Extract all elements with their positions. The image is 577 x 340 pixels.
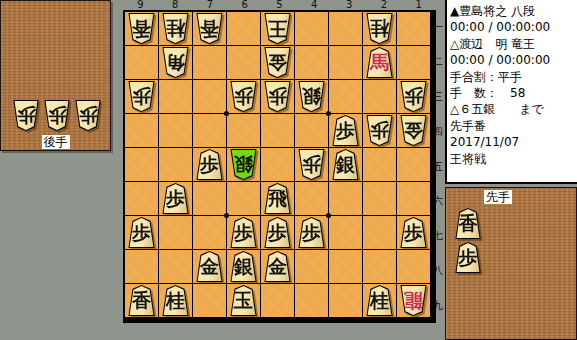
- square-19[interactable]: 龍: [397, 284, 430, 317]
- rank-label-8: 八: [431, 253, 445, 288]
- file-label-6: 6: [227, 0, 262, 10]
- square-33[interactable]: [329, 80, 362, 113]
- koma-face: 銀: [332, 150, 359, 179]
- koma-kanji: 歩: [200, 155, 219, 174]
- koma-91-gote-香[interactable]: 香: [127, 13, 156, 44]
- rank-labels: 一二三四五六七八九: [431, 10, 445, 323]
- koma-65-gote-銀[interactable]: 銀: [229, 149, 258, 180]
- koma-kanji: 香: [459, 214, 478, 233]
- koma-face: 歩: [196, 150, 223, 179]
- koma-86-sente-歩[interactable]: 歩: [161, 183, 190, 214]
- koma-kanji: 桂: [166, 291, 185, 310]
- file-label-4: 4: [297, 0, 332, 10]
- koma-78-sente-金[interactable]: 金: [195, 251, 224, 282]
- square-81[interactable]: 桂: [159, 12, 192, 45]
- square-62[interactable]: [227, 46, 260, 79]
- square-76[interactable]: [193, 182, 226, 215]
- square-23[interactable]: [363, 80, 396, 113]
- koma-47-sente-歩[interactable]: 歩: [297, 217, 326, 248]
- koma-kanji: 銀: [302, 87, 321, 106]
- koma-kanji: 歩: [404, 87, 423, 106]
- koma-face: 金: [400, 116, 427, 145]
- koma-24-gote-歩[interactable]: 歩: [365, 115, 394, 146]
- file-label-5: 5: [262, 0, 297, 10]
- gote-hand-tray: 歩歩歩 後手: [0, 0, 111, 151]
- hoshi-dot: [326, 213, 331, 218]
- gote-clock: 00:00 / 00:00:00: [450, 52, 577, 68]
- koma-face: 歩: [455, 243, 481, 272]
- square-55[interactable]: [261, 148, 294, 181]
- shogi-board: 香桂香王桂角金馬歩歩歩銀歩歩歩金歩銀歩銀歩飛歩歩歩歩歩金銀金香桂玉桂龍: [125, 12, 434, 317]
- square-31[interactable]: [329, 12, 362, 45]
- file-label-3: 3: [332, 0, 367, 10]
- koma-face: 龍: [400, 286, 427, 315]
- rank-label-1: 一: [431, 10, 445, 45]
- koma-face: 角: [162, 48, 189, 77]
- hoshi-dot: [224, 213, 229, 218]
- koma-face: 玉: [230, 286, 257, 315]
- square-48[interactable]: [295, 250, 328, 283]
- square-13[interactable]: 歩: [397, 80, 430, 113]
- koma-63-gote-歩[interactable]: 歩: [229, 81, 258, 112]
- gote-player-name: △渡辺 明 竜王: [450, 36, 577, 52]
- koma-68-sente-銀[interactable]: 銀: [229, 251, 258, 282]
- square-82[interactable]: 角: [159, 46, 192, 79]
- square-88[interactable]: [159, 250, 192, 283]
- koma-face: 歩: [400, 218, 427, 247]
- koma-kanji: 王: [268, 19, 287, 38]
- koma-22-sente-馬[interactable]: 馬: [365, 47, 394, 78]
- square-28[interactable]: [363, 250, 396, 283]
- koma-kanji: 金: [268, 257, 287, 276]
- square-26[interactable]: [363, 182, 396, 215]
- square-14[interactable]: 金: [397, 114, 430, 147]
- square-65[interactable]: 銀: [227, 148, 260, 181]
- square-36[interactable]: [329, 182, 362, 215]
- square-17[interactable]: 歩: [397, 216, 430, 249]
- koma-face: 馬: [366, 48, 393, 77]
- sente-label: 先手: [484, 190, 512, 204]
- hoshi-dot: [224, 111, 229, 116]
- square-35[interactable]: 銀: [329, 148, 362, 181]
- square-67[interactable]: 歩: [227, 216, 260, 249]
- koma-kanji: 歩: [370, 121, 389, 140]
- koma-kanji: 歩: [302, 155, 321, 174]
- square-96[interactable]: [125, 182, 158, 215]
- square-34[interactable]: 歩: [329, 114, 362, 147]
- koma-face: 歩: [332, 116, 359, 145]
- koma-kanji: 銀: [336, 155, 355, 174]
- square-97[interactable]: 歩: [125, 216, 158, 249]
- koma-kanji: 歩: [132, 223, 151, 242]
- koma-hand-sente-歩[interactable]: 歩: [454, 242, 482, 273]
- koma-kanji: 歩: [79, 106, 98, 125]
- square-53[interactable]: 歩: [261, 80, 294, 113]
- move-count-line: 手 数： 58: [450, 85, 577, 101]
- koma-kanji: 歩: [336, 121, 355, 140]
- koma-45-gote-歩[interactable]: 歩: [297, 149, 326, 180]
- koma-face: 歩: [128, 218, 155, 247]
- square-12[interactable]: [397, 46, 430, 79]
- square-16[interactable]: [397, 182, 430, 215]
- square-98[interactable]: [125, 250, 158, 283]
- koma-kanji: 歩: [234, 223, 253, 242]
- koma-97-sente-歩[interactable]: 歩: [127, 217, 156, 248]
- square-85[interactable]: [159, 148, 192, 181]
- koma-hand-gote-歩[interactable]: 歩: [43, 100, 71, 131]
- square-69[interactable]: 玉: [227, 284, 260, 317]
- koma-53-gote-歩[interactable]: 歩: [263, 81, 292, 112]
- koma-75-sente-歩[interactable]: 歩: [195, 149, 224, 180]
- file-label-9: 9: [123, 0, 158, 10]
- koma-kanji: 金: [404, 121, 423, 140]
- koma-kanji: 金: [200, 257, 219, 276]
- square-46[interactable]: [295, 182, 328, 215]
- koma-face: 桂: [162, 286, 189, 315]
- square-24[interactable]: 歩: [363, 114, 396, 147]
- koma-face: 香: [455, 209, 481, 238]
- info-panel: ▲豊島将之 八段 00:00 / 00:00:00 △渡辺 明 竜王 00:00…: [445, 0, 577, 184]
- koma-52-gote-金[interactable]: 金: [263, 47, 292, 78]
- koma-face: 飛: [264, 184, 291, 213]
- koma-kanji: 飛: [268, 189, 287, 208]
- square-43[interactable]: 銀: [295, 80, 328, 113]
- koma-kanji: 歩: [459, 248, 478, 267]
- koma-51-gote-王[interactable]: 王: [263, 13, 292, 44]
- koma-face: 歩: [298, 150, 325, 179]
- koma-kanji: 龍: [404, 291, 423, 310]
- koma-face: 金: [264, 252, 291, 281]
- koma-hand-gote-歩[interactable]: 歩: [74, 100, 102, 131]
- square-57[interactable]: 歩: [261, 216, 294, 249]
- koma-hand-sente-香[interactable]: 香: [454, 208, 482, 239]
- koma-21-gote-桂[interactable]: 桂: [365, 13, 394, 44]
- square-84[interactable]: [159, 114, 192, 147]
- koma-13-gote-歩[interactable]: 歩: [399, 81, 428, 112]
- koma-face: 桂: [366, 14, 393, 43]
- square-64[interactable]: [227, 114, 260, 147]
- koma-face: 歩: [400, 82, 427, 111]
- gote-hand-pieces: 歩歩歩: [12, 100, 102, 131]
- koma-82-gote-角[interactable]: 角: [161, 47, 190, 78]
- koma-kanji: 歩: [17, 106, 36, 125]
- square-27[interactable]: [363, 216, 396, 249]
- square-59[interactable]: [261, 284, 294, 317]
- koma-face: 金: [196, 252, 223, 281]
- gote-label: 後手: [42, 135, 70, 149]
- koma-89-sente-桂[interactable]: 桂: [161, 285, 190, 316]
- koma-kanji: 銀: [234, 257, 253, 276]
- file-label-1: 1: [401, 0, 436, 10]
- square-93[interactable]: 歩: [125, 80, 158, 113]
- sente-hand-pieces: 香歩: [454, 208, 482, 273]
- square-51[interactable]: 王: [261, 12, 294, 45]
- square-77[interactable]: [193, 216, 226, 249]
- rank-label-4: 四: [431, 114, 445, 149]
- square-99[interactable]: 香: [125, 284, 158, 317]
- koma-93-gote-歩[interactable]: 歩: [127, 81, 156, 112]
- square-54[interactable]: [261, 114, 294, 147]
- koma-kanji: 玉: [234, 291, 253, 310]
- koma-69-sente-玉[interactable]: 玉: [229, 285, 258, 316]
- koma-29-sente-桂[interactable]: 桂: [365, 285, 394, 316]
- square-11[interactable]: [397, 12, 430, 45]
- koma-face: 銀: [230, 150, 257, 179]
- square-79[interactable]: [193, 284, 226, 317]
- file-label-7: 7: [193, 0, 228, 10]
- koma-99-sente-香[interactable]: 香: [127, 285, 156, 316]
- square-56[interactable]: 飛: [261, 182, 294, 215]
- koma-43-gote-銀[interactable]: 銀: [297, 81, 326, 112]
- square-87[interactable]: [159, 216, 192, 249]
- koma-56-sente-飛[interactable]: 飛: [263, 183, 292, 214]
- koma-kanji: 馬: [370, 53, 389, 72]
- rank-label-2: 二: [431, 45, 445, 80]
- koma-kanji: 歩: [302, 223, 321, 242]
- koma-face: 香: [128, 286, 155, 315]
- koma-kanji: 桂: [166, 19, 185, 38]
- koma-34-sente-歩[interactable]: 歩: [331, 115, 360, 146]
- koma-kanji: 銀: [234, 155, 253, 174]
- koma-17-sente-歩[interactable]: 歩: [399, 217, 428, 248]
- square-42[interactable]: [295, 46, 328, 79]
- koma-kanji: 香: [200, 19, 219, 38]
- shogi-kifu-viewer: 歩歩歩 後手 987654321 香桂香王桂角金馬歩歩歩銀歩歩歩金歩銀歩銀歩飛歩…: [0, 0, 577, 340]
- square-41[interactable]: [295, 12, 328, 45]
- koma-face: 歩: [44, 101, 70, 130]
- square-37[interactable]: [329, 216, 362, 249]
- square-94[interactable]: [125, 114, 158, 147]
- koma-face: 香: [128, 14, 155, 43]
- koma-face: 歩: [162, 184, 189, 213]
- side-to-move-line: 先手番: [450, 118, 577, 134]
- square-91[interactable]: 香: [125, 12, 158, 45]
- square-63[interactable]: 歩: [227, 80, 260, 113]
- square-95[interactable]: [125, 148, 158, 181]
- koma-kanji: 香: [132, 19, 151, 38]
- koma-kanji: 角: [166, 53, 185, 72]
- koma-kanji: 香: [132, 291, 151, 310]
- hoshi-dot: [326, 111, 331, 116]
- koma-face: 金: [264, 48, 291, 77]
- koma-face: 歩: [298, 218, 325, 247]
- rank-label-3: 三: [431, 80, 445, 115]
- square-39[interactable]: [329, 284, 362, 317]
- square-21[interactable]: 桂: [363, 12, 396, 45]
- square-72[interactable]: [193, 46, 226, 79]
- sente-hand-tray: 先手 香歩: [445, 187, 577, 340]
- square-92[interactable]: [125, 46, 158, 79]
- koma-face: 歩: [13, 101, 39, 130]
- koma-kanji: 桂: [370, 19, 389, 38]
- square-47[interactable]: 歩: [295, 216, 328, 249]
- game-date: 2017/11/07: [450, 134, 577, 150]
- square-78[interactable]: 金: [193, 250, 226, 283]
- koma-face: 銀: [230, 252, 257, 281]
- square-18[interactable]: [397, 250, 430, 283]
- koma-face: 銀: [298, 82, 325, 111]
- koma-35-sente-銀[interactable]: 銀: [331, 149, 360, 180]
- koma-face: 歩: [230, 218, 257, 247]
- rank-label-6: 六: [431, 184, 445, 219]
- square-49[interactable]: [295, 284, 328, 317]
- koma-kanji: 歩: [268, 223, 287, 242]
- koma-kanji: 歩: [234, 87, 253, 106]
- koma-face: 歩: [75, 101, 101, 130]
- koma-kanji: 桂: [370, 291, 389, 310]
- square-83[interactable]: [159, 80, 192, 113]
- koma-face: 歩: [264, 82, 291, 111]
- koma-face: 桂: [162, 14, 189, 43]
- square-75[interactable]: 歩: [193, 148, 226, 181]
- square-74[interactable]: [193, 114, 226, 147]
- sente-clock: 00:00 / 00:00:00: [450, 19, 577, 35]
- rank-label-9: 九: [431, 288, 445, 323]
- tournament-name: 王将戦: [450, 151, 577, 167]
- koma-face: 王: [264, 14, 291, 43]
- square-61[interactable]: [227, 12, 260, 45]
- koma-57-sente-歩[interactable]: 歩: [263, 217, 292, 248]
- koma-81-gote-桂[interactable]: 桂: [161, 13, 190, 44]
- square-73[interactable]: [193, 80, 226, 113]
- square-15[interactable]: [397, 148, 430, 181]
- koma-face: 歩: [264, 218, 291, 247]
- square-86[interactable]: 歩: [159, 182, 192, 215]
- square-38[interactable]: [329, 250, 362, 283]
- koma-kanji: 歩: [268, 87, 287, 106]
- rank-label-5: 五: [431, 149, 445, 184]
- koma-face: 香: [196, 14, 223, 43]
- square-89[interactable]: 桂: [159, 284, 192, 317]
- koma-71-gote-香[interactable]: 香: [195, 13, 224, 44]
- square-71[interactable]: 香: [193, 12, 226, 45]
- koma-19-gote-龍[interactable]: 龍: [399, 285, 428, 316]
- square-52[interactable]: 金: [261, 46, 294, 79]
- koma-14-gote-金[interactable]: 金: [399, 115, 428, 146]
- koma-face: 歩: [128, 82, 155, 111]
- koma-67-sente-歩[interactable]: 歩: [229, 217, 258, 248]
- file-label-2: 2: [366, 0, 401, 10]
- last-move-line: △６五銀 まで: [450, 101, 577, 117]
- square-45[interactable]: 歩: [295, 148, 328, 181]
- square-32[interactable]: [329, 46, 362, 79]
- koma-hand-gote-歩[interactable]: 歩: [12, 100, 40, 131]
- square-25[interactable]: [363, 148, 396, 181]
- square-44[interactable]: [295, 114, 328, 147]
- board-frame: 香桂香王桂角金馬歩歩歩銀歩歩歩金歩銀歩銀歩飛歩歩歩歩歩金銀金香桂玉桂龍: [123, 10, 436, 323]
- koma-face: 歩: [230, 82, 257, 111]
- square-66[interactable]: [227, 182, 260, 215]
- koma-58-sente-金[interactable]: 金: [263, 251, 292, 282]
- koma-face: 歩: [366, 116, 393, 145]
- square-58[interactable]: 金: [261, 250, 294, 283]
- square-22[interactable]: 馬: [363, 46, 396, 79]
- koma-kanji: 歩: [404, 223, 423, 242]
- koma-face: 桂: [366, 286, 393, 315]
- sente-player-name: ▲豊島将之 八段: [450, 3, 577, 19]
- square-68[interactable]: 銀: [227, 250, 260, 283]
- koma-kanji: 歩: [48, 106, 67, 125]
- koma-kanji: 歩: [166, 189, 185, 208]
- koma-kanji: 歩: [132, 87, 151, 106]
- file-labels: 987654321: [123, 0, 436, 10]
- handicap-line: 手合割：平手: [450, 69, 577, 85]
- koma-kanji: 金: [268, 53, 287, 72]
- file-label-8: 8: [158, 0, 193, 10]
- rank-label-7: 七: [431, 219, 445, 254]
- square-29[interactable]: 桂: [363, 284, 396, 317]
